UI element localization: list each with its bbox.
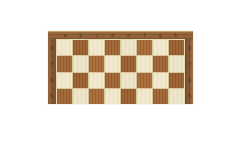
coord-file-g: g [159,32,162,38]
square-c6 [89,73,104,88]
board-grid [57,40,184,104]
coord-file-c: c [95,32,98,38]
square-b5 [73,89,88,104]
square-g6 [153,73,168,88]
coord-rank-right-6: 6 [188,77,191,83]
square-a5 [57,89,72,104]
square-b6 [73,73,88,88]
coord-file-h: h [175,32,178,38]
coord-rank-left-5: 5 [50,93,53,99]
coord-rank-right-5: 5 [188,93,191,99]
square-h6 [169,73,184,88]
board-frame-left: 8765 [48,39,56,104]
square-g7 [153,56,168,71]
coord-file-e: e [127,32,130,38]
square-b7 [73,56,88,71]
coord-file-f: f [143,32,146,38]
coord-rank-left-6: 6 [50,77,53,83]
square-a7 [57,56,72,71]
square-f7 [137,56,152,71]
square-d6 [105,73,120,88]
square-h8 [169,40,184,55]
coord-file-b: b [79,32,82,38]
board-frame-top: abcdefgh [48,31,193,39]
square-f5 [137,89,152,104]
square-e8 [121,40,136,55]
square-f6 [137,73,152,88]
coord-rank-left-7: 7 [50,61,53,67]
square-c8 [89,40,104,55]
square-d8 [105,40,120,55]
coord-rank-left-8: 8 [50,45,53,51]
square-c7 [89,56,104,71]
coord-file-d: d [111,32,114,38]
square-c5 [89,89,104,104]
board-playing-area [56,39,185,104]
board-frame-right: 8765 [185,39,193,104]
square-h5 [169,89,184,104]
square-d7 [105,56,120,71]
square-g5 [153,89,168,104]
square-d5 [105,89,120,104]
square-g8 [153,40,168,55]
square-e5 [121,89,136,104]
square-e7 [121,56,136,71]
square-f8 [137,40,152,55]
coord-file-a: a [63,32,66,38]
square-a8 [57,40,72,55]
coord-rank-right-7: 7 [188,61,191,67]
square-b8 [73,40,88,55]
square-e6 [121,73,136,88]
chess-board: abcdefgh 8765 8765 [48,31,193,104]
square-h7 [169,56,184,71]
coord-rank-right-8: 8 [188,45,191,51]
product-photo: abcdefgh 8765 8765 [0,0,240,150]
square-a6 [57,73,72,88]
